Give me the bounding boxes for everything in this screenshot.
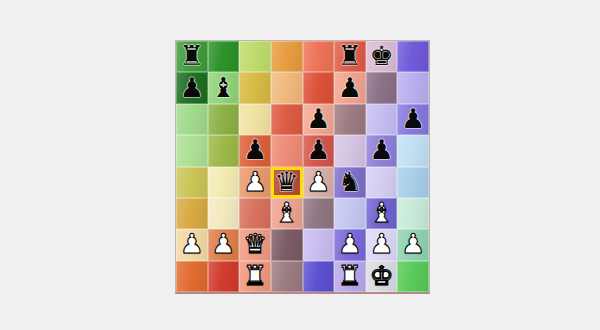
square-f8[interactable]: ♜ <box>334 41 366 72</box>
piece-black-pawn[interactable]: ♟ <box>401 105 425 132</box>
square-b5[interactable] <box>208 135 240 166</box>
square-g8[interactable]: ♚ <box>366 41 398 72</box>
square-g5[interactable]: ♟ <box>366 135 398 166</box>
square-e7[interactable] <box>303 72 335 103</box>
square-b4[interactable] <box>208 167 240 198</box>
square-h4[interactable] <box>397 167 429 198</box>
piece-white-pawn[interactable]: ♟ <box>338 230 362 257</box>
piece-white-queen[interactable]: ♛ <box>243 230 267 257</box>
square-c2[interactable]: ♛ <box>239 229 271 260</box>
square-f1[interactable]: ♜ <box>334 261 366 292</box>
square-f4[interactable]: ♞ <box>334 167 366 198</box>
piece-black-pawn[interactable]: ♟ <box>338 74 362 101</box>
square-c7[interactable] <box>239 72 271 103</box>
square-g3[interactable]: ♝ <box>366 198 398 229</box>
piece-white-rook[interactable]: ♜ <box>338 262 362 289</box>
square-c4[interactable]: ♟ <box>239 167 271 198</box>
square-a3[interactable] <box>176 198 208 229</box>
square-f3[interactable] <box>334 198 366 229</box>
square-g2[interactable]: ♟ <box>366 229 398 260</box>
piece-black-king[interactable]: ♚ <box>369 42 393 69</box>
piece-black-pawn[interactable]: ♟ <box>369 136 393 163</box>
square-h8[interactable] <box>397 41 429 72</box>
square-a2[interactable]: ♟ <box>176 229 208 260</box>
piece-white-pawn[interactable]: ♟ <box>211 230 235 257</box>
square-e4[interactable]: ♟ <box>303 167 335 198</box>
square-h6[interactable]: ♟ <box>397 104 429 135</box>
piece-white-bishop[interactable]: ♝ <box>369 199 393 226</box>
square-h7[interactable] <box>397 72 429 103</box>
square-e1[interactable] <box>303 261 335 292</box>
square-e5[interactable]: ♟ <box>303 135 335 166</box>
piece-black-queen[interactable]: ♛ <box>275 168 299 195</box>
piece-white-king[interactable]: ♚ <box>369 262 393 289</box>
square-d2[interactable] <box>271 229 303 260</box>
chess-board: ♜♜♚♟♝♟♟♟♟♟♟♟♛♟♞♝♝♟♟♛♟♟♟♜♜♚ <box>175 40 430 294</box>
square-e8[interactable] <box>303 41 335 72</box>
square-g1[interactable]: ♚ <box>366 261 398 292</box>
square-d8[interactable] <box>271 41 303 72</box>
square-f2[interactable]: ♟ <box>334 229 366 260</box>
square-b3[interactable] <box>208 198 240 229</box>
piece-black-pawn[interactable]: ♟ <box>243 136 267 163</box>
square-b2[interactable]: ♟ <box>208 229 240 260</box>
piece-black-pawn[interactable]: ♟ <box>306 136 330 163</box>
piece-black-knight[interactable]: ♞ <box>338 168 362 195</box>
piece-white-pawn[interactable]: ♟ <box>180 230 204 257</box>
square-a6[interactable] <box>176 104 208 135</box>
square-a8[interactable]: ♜ <box>176 41 208 72</box>
screenshot-canvas: { "app": { "background_color": "#f0f0f0"… <box>0 0 600 330</box>
square-g6[interactable] <box>366 104 398 135</box>
square-h1[interactable] <box>397 261 429 292</box>
square-d7[interactable] <box>271 72 303 103</box>
square-b1[interactable] <box>208 261 240 292</box>
piece-white-pawn[interactable]: ♟ <box>369 230 393 257</box>
piece-black-rook[interactable]: ♜ <box>338 42 362 69</box>
square-h5[interactable] <box>397 135 429 166</box>
piece-black-pawn[interactable]: ♟ <box>180 74 204 101</box>
piece-black-bishop[interactable]: ♝ <box>211 74 235 101</box>
square-g7[interactable] <box>366 72 398 103</box>
square-c6[interactable] <box>239 104 271 135</box>
square-e6[interactable]: ♟ <box>303 104 335 135</box>
square-a5[interactable] <box>176 135 208 166</box>
square-a7[interactable]: ♟ <box>176 72 208 103</box>
square-d4[interactable]: ♛ <box>271 167 303 198</box>
square-d5[interactable] <box>271 135 303 166</box>
square-e2[interactable] <box>303 229 335 260</box>
square-g4[interactable] <box>366 167 398 198</box>
square-d6[interactable] <box>271 104 303 135</box>
piece-black-rook[interactable]: ♜ <box>180 42 204 69</box>
square-e3[interactable] <box>303 198 335 229</box>
square-f5[interactable] <box>334 135 366 166</box>
square-d3[interactable]: ♝ <box>271 198 303 229</box>
square-c3[interactable] <box>239 198 271 229</box>
square-c1[interactable]: ♜ <box>239 261 271 292</box>
piece-white-rook[interactable]: ♜ <box>243 262 267 289</box>
piece-black-pawn[interactable]: ♟ <box>306 105 330 132</box>
square-c8[interactable] <box>239 41 271 72</box>
square-b7[interactable]: ♝ <box>208 72 240 103</box>
square-c5[interactable]: ♟ <box>239 135 271 166</box>
square-h3[interactable] <box>397 198 429 229</box>
piece-white-pawn[interactable]: ♟ <box>243 168 267 195</box>
square-b8[interactable] <box>208 41 240 72</box>
square-a1[interactable] <box>176 261 208 292</box>
square-f6[interactable] <box>334 104 366 135</box>
piece-white-pawn[interactable]: ♟ <box>401 230 425 257</box>
square-d1[interactable] <box>271 261 303 292</box>
square-b6[interactable] <box>208 104 240 135</box>
square-f7[interactable]: ♟ <box>334 72 366 103</box>
piece-white-bishop[interactable]: ♝ <box>275 199 299 226</box>
square-a4[interactable] <box>176 167 208 198</box>
piece-white-pawn[interactable]: ♟ <box>306 168 330 195</box>
square-h2[interactable]: ♟ <box>397 229 429 260</box>
